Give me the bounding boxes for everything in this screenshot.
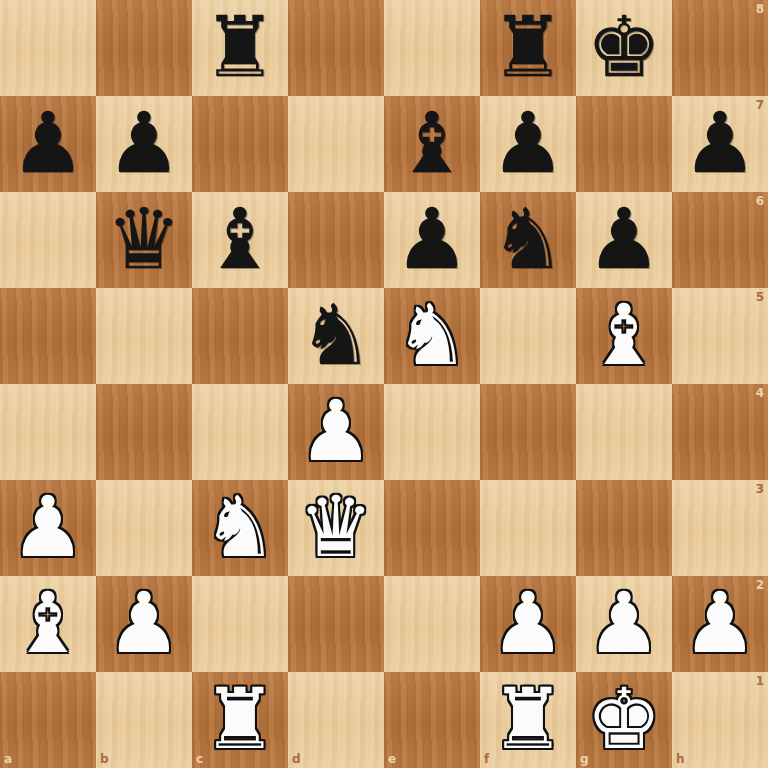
rank-label-2: 2 [756, 579, 764, 591]
square-b2[interactable]: ♟ [96, 576, 192, 672]
square-e1[interactable]: e [384, 672, 480, 768]
square-d1[interactable]: d [288, 672, 384, 768]
square-f5[interactable] [480, 288, 576, 384]
square-b6[interactable]: ♛ [96, 192, 192, 288]
square-c8[interactable]: ♜ [192, 0, 288, 96]
square-d7[interactable] [288, 96, 384, 192]
square-f4[interactable] [480, 384, 576, 480]
square-c6[interactable]: ♝ [192, 192, 288, 288]
rank-label-3: 3 [756, 483, 764, 495]
square-h2[interactable]: ♟2 [672, 576, 768, 672]
piece-white-pawn: ♟ [0, 480, 96, 576]
rank-label-1: 1 [756, 675, 764, 687]
square-g1[interactable]: ♚g [576, 672, 672, 768]
file-label-a: a [4, 753, 12, 765]
square-a8[interactable] [0, 0, 96, 96]
square-h5[interactable]: 5 [672, 288, 768, 384]
chess-board: ♜♜♚8♟♟♝♟♟7♛♝♟♞♟6♞♞♝5♟4♟♞♛3♝♟♟♟♟2ab♜cde♜f… [0, 0, 768, 768]
square-c2[interactable] [192, 576, 288, 672]
rank-label-4: 4 [756, 387, 764, 399]
square-c5[interactable] [192, 288, 288, 384]
piece-black-pawn: ♟ [384, 192, 480, 288]
square-g5[interactable]: ♝ [576, 288, 672, 384]
square-d8[interactable] [288, 0, 384, 96]
piece-black-pawn: ♟ [0, 96, 96, 192]
square-f7[interactable]: ♟ [480, 96, 576, 192]
square-d5[interactable]: ♞ [288, 288, 384, 384]
piece-black-rook: ♜ [480, 0, 576, 96]
square-d4[interactable]: ♟ [288, 384, 384, 480]
rank-label-7: 7 [756, 99, 764, 111]
file-label-c: c [196, 753, 203, 765]
piece-black-pawn: ♟ [576, 192, 672, 288]
square-g6[interactable]: ♟ [576, 192, 672, 288]
square-b5[interactable] [96, 288, 192, 384]
file-label-h: h [676, 753, 685, 765]
piece-black-pawn: ♟ [480, 96, 576, 192]
square-a6[interactable] [0, 192, 96, 288]
piece-black-pawn: ♟ [672, 96, 768, 192]
piece-white-queen: ♛ [288, 480, 384, 576]
square-a5[interactable] [0, 288, 96, 384]
square-f8[interactable]: ♜ [480, 0, 576, 96]
square-g3[interactable] [576, 480, 672, 576]
square-h3[interactable]: 3 [672, 480, 768, 576]
square-b8[interactable] [96, 0, 192, 96]
piece-white-pawn: ♟ [96, 576, 192, 672]
file-label-g: g [580, 753, 589, 765]
square-d3[interactable]: ♛ [288, 480, 384, 576]
file-label-d: d [292, 753, 301, 765]
square-c4[interactable] [192, 384, 288, 480]
piece-black-bishop: ♝ [192, 192, 288, 288]
square-a1[interactable]: a [0, 672, 96, 768]
piece-white-rook: ♜ [480, 672, 576, 768]
square-a7[interactable]: ♟ [0, 96, 96, 192]
file-label-f: f [484, 753, 489, 765]
square-b4[interactable] [96, 384, 192, 480]
square-h6[interactable]: 6 [672, 192, 768, 288]
square-e7[interactable]: ♝ [384, 96, 480, 192]
square-d6[interactable] [288, 192, 384, 288]
square-c1[interactable]: ♜c [192, 672, 288, 768]
square-a4[interactable] [0, 384, 96, 480]
square-h1[interactable]: h1 [672, 672, 768, 768]
file-label-e: e [388, 753, 396, 765]
square-g8[interactable]: ♚ [576, 0, 672, 96]
square-h8[interactable]: 8 [672, 0, 768, 96]
square-e4[interactable] [384, 384, 480, 480]
square-h4[interactable]: 4 [672, 384, 768, 480]
piece-black-knight: ♞ [480, 192, 576, 288]
square-f3[interactable] [480, 480, 576, 576]
piece-black-queen: ♛ [96, 192, 192, 288]
square-e6[interactable]: ♟ [384, 192, 480, 288]
piece-white-bishop: ♝ [576, 288, 672, 384]
square-c7[interactable] [192, 96, 288, 192]
rank-label-5: 5 [756, 291, 764, 303]
square-f2[interactable]: ♟ [480, 576, 576, 672]
square-a2[interactable]: ♝ [0, 576, 96, 672]
piece-white-pawn: ♟ [288, 384, 384, 480]
piece-white-bishop: ♝ [0, 576, 96, 672]
square-h7[interactable]: ♟7 [672, 96, 768, 192]
piece-black-pawn: ♟ [96, 96, 192, 192]
rank-label-8: 8 [756, 3, 764, 15]
square-b7[interactable]: ♟ [96, 96, 192, 192]
piece-black-bishop: ♝ [384, 96, 480, 192]
piece-white-rook: ♜ [192, 672, 288, 768]
square-e5[interactable]: ♞ [384, 288, 480, 384]
square-g7[interactable] [576, 96, 672, 192]
piece-white-pawn: ♟ [576, 576, 672, 672]
rank-label-6: 6 [756, 195, 764, 207]
square-g2[interactable]: ♟ [576, 576, 672, 672]
square-b1[interactable]: b [96, 672, 192, 768]
piece-white-knight: ♞ [384, 288, 480, 384]
piece-white-pawn: ♟ [672, 576, 768, 672]
square-d2[interactable] [288, 576, 384, 672]
piece-white-knight: ♞ [192, 480, 288, 576]
piece-white-king: ♚ [576, 672, 672, 768]
square-e3[interactable] [384, 480, 480, 576]
square-e8[interactable] [384, 0, 480, 96]
piece-white-pawn: ♟ [480, 576, 576, 672]
square-f6[interactable]: ♞ [480, 192, 576, 288]
square-a3[interactable]: ♟ [0, 480, 96, 576]
square-e2[interactable] [384, 576, 480, 672]
piece-black-rook: ♜ [192, 0, 288, 96]
square-g4[interactable] [576, 384, 672, 480]
piece-black-king: ♚ [576, 0, 672, 96]
square-c3[interactable]: ♞ [192, 480, 288, 576]
square-f1[interactable]: ♜f [480, 672, 576, 768]
piece-black-knight: ♞ [288, 288, 384, 384]
square-b3[interactable] [96, 480, 192, 576]
file-label-b: b [100, 753, 109, 765]
